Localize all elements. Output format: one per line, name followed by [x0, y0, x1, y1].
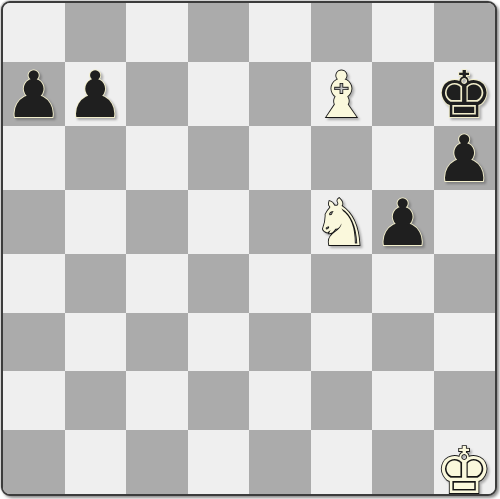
square-d6[interactable]	[188, 126, 250, 190]
square-h1[interactable]: ♚	[434, 430, 496, 494]
square-a2[interactable]	[3, 371, 65, 430]
square-d7[interactable]	[188, 62, 250, 126]
square-f7[interactable]: ♝	[311, 62, 373, 126]
square-d3[interactable]	[188, 313, 250, 372]
square-g2[interactable]	[372, 371, 434, 430]
square-h2[interactable]	[434, 371, 496, 430]
square-a1[interactable]	[3, 430, 65, 494]
square-h8[interactable]	[434, 3, 496, 62]
square-e5[interactable]	[249, 190, 311, 254]
square-d1[interactable]	[188, 430, 250, 494]
square-d5[interactable]	[188, 190, 250, 254]
square-b4[interactable]	[65, 254, 127, 313]
square-d8[interactable]	[188, 3, 250, 62]
square-f4[interactable]	[311, 254, 373, 313]
square-a4[interactable]	[3, 254, 65, 313]
piece-black-pawn[interactable]: ♟	[67, 63, 124, 127]
square-d2[interactable]	[188, 371, 250, 430]
square-g8[interactable]	[372, 3, 434, 62]
piece-black-pawn[interactable]: ♟	[436, 127, 493, 191]
square-b6[interactable]	[65, 126, 127, 190]
square-g3[interactable]	[372, 313, 434, 372]
square-e4[interactable]	[249, 254, 311, 313]
square-a3[interactable]	[3, 313, 65, 372]
square-c3[interactable]	[126, 313, 188, 372]
square-h5[interactable]	[434, 190, 496, 254]
square-g5[interactable]: ♟	[372, 190, 434, 254]
square-e8[interactable]	[249, 3, 311, 62]
square-g1[interactable]	[372, 430, 434, 494]
square-c2[interactable]	[126, 371, 188, 430]
chess-board: ♟♟♝♚♟♞♟♚	[1, 1, 497, 496]
square-g4[interactable]	[372, 254, 434, 313]
square-h3[interactable]	[434, 313, 496, 372]
piece-black-pawn[interactable]: ♟	[374, 191, 431, 255]
square-b5[interactable]	[65, 190, 127, 254]
square-e1[interactable]	[249, 430, 311, 494]
square-b3[interactable]	[65, 313, 127, 372]
square-a5[interactable]	[3, 190, 65, 254]
square-c4[interactable]	[126, 254, 188, 313]
square-a8[interactable]	[3, 3, 65, 62]
chess-diagram: ♟♟♝♚♟♞♟♚	[0, 0, 500, 499]
square-c7[interactable]	[126, 62, 188, 126]
square-f5[interactable]: ♞	[311, 190, 373, 254]
square-d4[interactable]	[188, 254, 250, 313]
square-f1[interactable]	[311, 430, 373, 494]
square-f3[interactable]	[311, 313, 373, 372]
square-f8[interactable]	[311, 3, 373, 62]
square-b1[interactable]	[65, 430, 127, 494]
square-h4[interactable]	[434, 254, 496, 313]
square-c1[interactable]	[126, 430, 188, 494]
piece-white-knight[interactable]: ♞	[313, 191, 370, 255]
square-e7[interactable]	[249, 62, 311, 126]
square-e2[interactable]	[249, 371, 311, 430]
square-f6[interactable]	[311, 126, 373, 190]
square-g7[interactable]	[372, 62, 434, 126]
piece-black-king[interactable]: ♚	[436, 63, 493, 127]
square-h7[interactable]: ♚	[434, 62, 496, 126]
square-a6[interactable]	[3, 126, 65, 190]
square-a7[interactable]: ♟	[3, 62, 65, 126]
square-c6[interactable]	[126, 126, 188, 190]
square-h6[interactable]: ♟	[434, 126, 496, 190]
piece-black-pawn[interactable]: ♟	[5, 63, 62, 127]
piece-white-king[interactable]: ♚	[436, 439, 493, 496]
square-b8[interactable]	[65, 3, 127, 62]
square-b7[interactable]: ♟	[65, 62, 127, 126]
square-e6[interactable]	[249, 126, 311, 190]
square-e3[interactable]	[249, 313, 311, 372]
square-g6[interactable]	[372, 126, 434, 190]
square-f2[interactable]	[311, 371, 373, 430]
piece-white-bishop[interactable]: ♝	[313, 63, 370, 127]
square-b2[interactable]	[65, 371, 127, 430]
square-c8[interactable]	[126, 3, 188, 62]
square-c5[interactable]	[126, 190, 188, 254]
